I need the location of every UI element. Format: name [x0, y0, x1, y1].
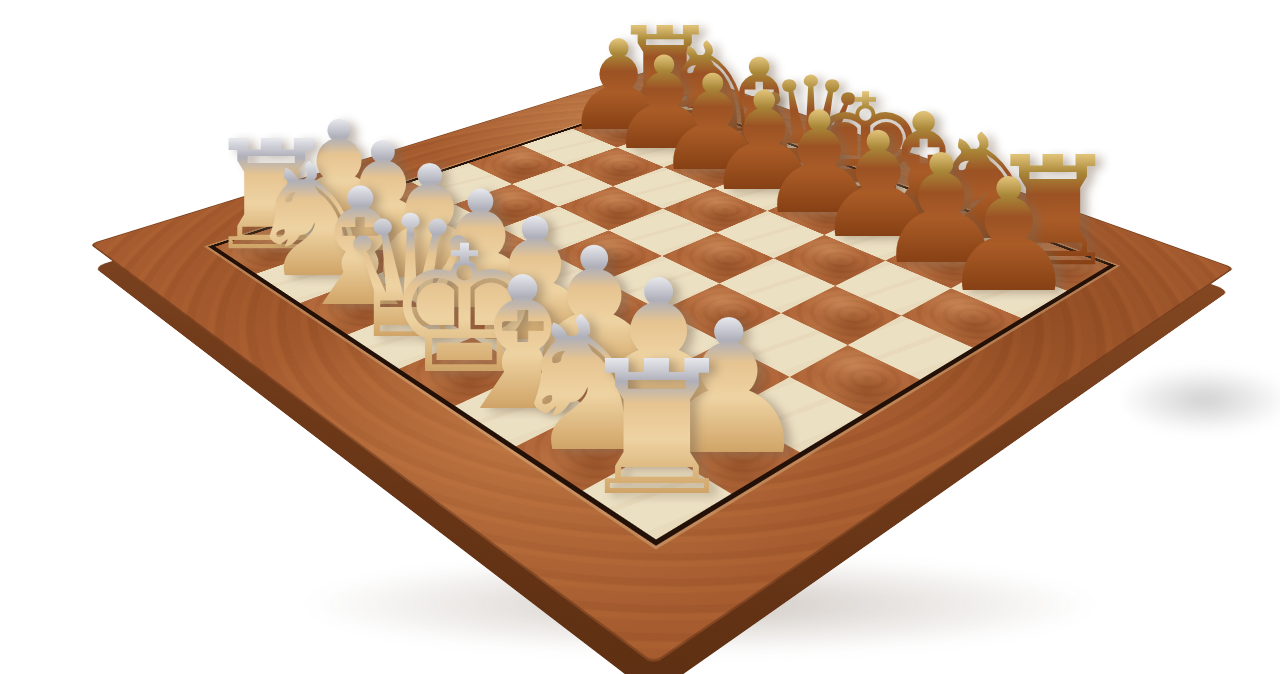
product-photo-scene: ♜♞♝♛♚♝♞♜♟︎♟︎♟︎♟︎♟︎♟︎♟︎♟︎♟︎♟︎♟︎♟︎♟︎♟︎♟︎♟︎…: [0, 0, 1280, 674]
playing-field: [208, 96, 1116, 546]
